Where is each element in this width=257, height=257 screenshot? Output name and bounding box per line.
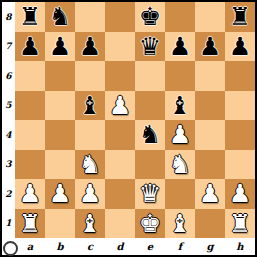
white-pawn-b2[interactable]: ♟ (49, 181, 71, 206)
square-f4[interactable]: ♟ (165, 120, 195, 150)
square-d6[interactable] (105, 61, 135, 91)
square-a6[interactable] (15, 61, 45, 91)
rank-label-6: 6 (2, 61, 15, 91)
white-knight-f3[interactable]: ♞ (169, 152, 191, 177)
white-pawn-f4[interactable]: ♟ (169, 122, 191, 147)
black-pawn-a7[interactable]: ♟ (19, 34, 41, 59)
rank-label-2: 2 (2, 179, 15, 209)
square-e2[interactable]: ♛ (135, 179, 165, 209)
side-to-move-indicator (3, 241, 18, 256)
square-g5[interactable] (195, 91, 225, 121)
square-h1[interactable]: ♜ (225, 209, 255, 239)
white-bishop-c1[interactable]: ♝ (79, 211, 101, 236)
square-g8[interactable] (195, 2, 225, 32)
square-b5[interactable] (45, 91, 75, 121)
square-d8[interactable] (105, 2, 135, 32)
white-pawn-c2[interactable]: ♟ (79, 181, 101, 206)
rank-labels: 87654321 (2, 2, 15, 238)
square-h7[interactable]: ♟ (225, 32, 255, 62)
square-b6[interactable] (45, 61, 75, 91)
square-e4[interactable]: ♞ (135, 120, 165, 150)
white-king-e1[interactable]: ♚ (139, 211, 161, 236)
square-h5[interactable] (225, 91, 255, 121)
square-b4[interactable] (45, 120, 75, 150)
black-bishop-c5[interactable]: ♝ (79, 93, 101, 118)
file-label-d: d (105, 238, 135, 255)
rank-label-7: 7 (2, 32, 15, 62)
square-b1[interactable] (45, 209, 75, 239)
black-rook-h8[interactable]: ♜ (229, 4, 251, 29)
square-c6[interactable] (75, 61, 105, 91)
square-a7[interactable]: ♟ (15, 32, 45, 62)
black-rook-a8[interactable]: ♜ (19, 4, 41, 29)
square-g1[interactable] (195, 209, 225, 239)
square-e7[interactable]: ♛ (135, 32, 165, 62)
white-pawn-h2[interactable]: ♟ (229, 181, 251, 206)
white-rook-a1[interactable]: ♜ (19, 211, 41, 236)
square-c3[interactable]: ♞ (75, 150, 105, 180)
file-label-f: f (165, 238, 195, 255)
file-label-b: b (45, 238, 75, 255)
black-pawn-c7[interactable]: ♟ (79, 34, 101, 59)
chess-diagram: 87654321 ♜♞♚♜♟♟♟♛♟♟♟♝♟♝♞♟♞♞♟♟♟♛♟♟♜♝♚♝♜ a… (0, 0, 257, 257)
square-d4[interactable] (105, 120, 135, 150)
square-f8[interactable] (165, 2, 195, 32)
white-bishop-f1[interactable]: ♝ (169, 211, 191, 236)
square-e8[interactable]: ♚ (135, 2, 165, 32)
rank-label-8: 8 (2, 2, 15, 32)
file-labels: abcdefgh (15, 238, 255, 255)
square-e5[interactable] (135, 91, 165, 121)
black-pawn-h7[interactable]: ♟ (229, 34, 251, 59)
black-king-e8[interactable]: ♚ (139, 4, 161, 29)
board-panel: 87654321 ♜♞♚♜♟♟♟♛♟♟♟♝♟♝♞♟♞♞♟♟♟♛♟♟♜♝♚♝♜ a… (2, 2, 255, 255)
square-c8[interactable] (75, 2, 105, 32)
file-label-h: h (225, 238, 255, 255)
file-label-a: a (15, 238, 45, 255)
square-f6[interactable] (165, 61, 195, 91)
square-h6[interactable] (225, 61, 255, 91)
square-d1[interactable] (105, 209, 135, 239)
square-a8[interactable]: ♜ (15, 2, 45, 32)
file-label-e: e (135, 238, 165, 255)
square-f3[interactable]: ♞ (165, 150, 195, 180)
square-f7[interactable]: ♟ (165, 32, 195, 62)
square-f5[interactable]: ♝ (165, 91, 195, 121)
black-queen-e7[interactable]: ♛ (139, 34, 161, 59)
white-pawn-d5[interactable]: ♟ (109, 93, 131, 118)
white-pawn-a2[interactable]: ♟ (19, 181, 41, 206)
square-a3[interactable] (15, 150, 45, 180)
square-b3[interactable] (45, 150, 75, 180)
square-d7[interactable] (105, 32, 135, 62)
square-h2[interactable]: ♟ (225, 179, 255, 209)
square-f2[interactable] (165, 179, 195, 209)
white-pawn-g2[interactable]: ♟ (199, 181, 221, 206)
square-a1[interactable]: ♜ (15, 209, 45, 239)
black-knight-b8[interactable]: ♞ (49, 4, 71, 29)
white-knight-c3[interactable]: ♞ (79, 152, 101, 177)
square-b8[interactable]: ♞ (45, 2, 75, 32)
square-c1[interactable]: ♝ (75, 209, 105, 239)
white-queen-e2[interactable]: ♛ (139, 181, 161, 206)
square-a5[interactable] (15, 91, 45, 121)
black-bishop-f5[interactable]: ♝ (169, 93, 191, 118)
file-label-g: g (195, 238, 225, 255)
square-e1[interactable]: ♚ (135, 209, 165, 239)
square-g4[interactable] (195, 120, 225, 150)
square-c7[interactable]: ♟ (75, 32, 105, 62)
square-d3[interactable] (105, 150, 135, 180)
square-c2[interactable]: ♟ (75, 179, 105, 209)
square-c5[interactable]: ♝ (75, 91, 105, 121)
square-a2[interactable]: ♟ (15, 179, 45, 209)
square-c4[interactable] (75, 120, 105, 150)
square-e3[interactable] (135, 150, 165, 180)
file-label-c: c (75, 238, 105, 255)
square-g3[interactable] (195, 150, 225, 180)
square-g7[interactable]: ♟ (195, 32, 225, 62)
square-b7[interactable]: ♟ (45, 32, 75, 62)
black-pawn-f7[interactable]: ♟ (169, 34, 191, 59)
square-h8[interactable]: ♜ (225, 2, 255, 32)
square-f1[interactable]: ♝ (165, 209, 195, 239)
square-g2[interactable]: ♟ (195, 179, 225, 209)
square-d5[interactable]: ♟ (105, 91, 135, 121)
chess-board: ♜♞♚♜♟♟♟♛♟♟♟♝♟♝♞♟♞♞♟♟♟♛♟♟♜♝♚♝♜ (15, 2, 255, 238)
square-d2[interactable] (105, 179, 135, 209)
square-g6[interactable] (195, 61, 225, 91)
square-b2[interactable]: ♟ (45, 179, 75, 209)
rank-label-1: 1 (2, 209, 15, 239)
square-e6[interactable] (135, 61, 165, 91)
square-h3[interactable] (225, 150, 255, 180)
rank-label-3: 3 (2, 150, 15, 180)
rank-label-5: 5 (2, 91, 15, 121)
white-rook-h1[interactable]: ♜ (229, 211, 251, 236)
rank-label-4: 4 (2, 120, 15, 150)
square-a4[interactable] (15, 120, 45, 150)
square-h4[interactable] (225, 120, 255, 150)
black-pawn-b7[interactable]: ♟ (49, 34, 71, 59)
black-knight-e4[interactable]: ♞ (139, 122, 161, 147)
black-pawn-g7[interactable]: ♟ (199, 34, 221, 59)
